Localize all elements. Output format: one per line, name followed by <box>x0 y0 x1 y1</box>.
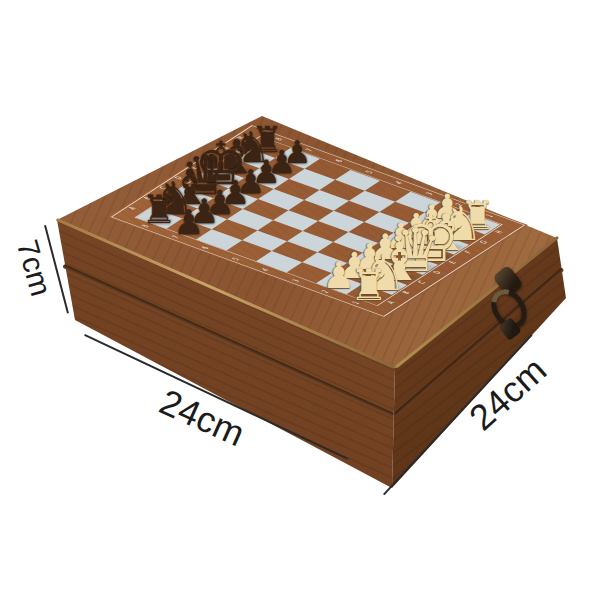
piece-shadow <box>206 209 233 215</box>
piece-shadow <box>253 179 279 185</box>
piece-shadow <box>418 223 445 229</box>
piece-shadow <box>269 169 294 175</box>
piece-shadow <box>403 233 431 239</box>
piece-shadow <box>461 223 493 230</box>
piece-shadow <box>143 217 174 224</box>
pieces-layer: ♜♞♟♝♟♚♟♛♟♝♟♞♟♟♜♟♟♜♟♟♞♟♝♟♚♟♛♟♝♟♞♜ <box>0 0 600 600</box>
piece-shadow <box>285 159 310 165</box>
piece-shadow <box>218 166 255 174</box>
piece-shadow <box>191 219 218 225</box>
piece-shadow <box>222 199 248 205</box>
piece-shadow <box>170 196 209 205</box>
piece-shadow <box>340 273 369 279</box>
piece-shadow <box>235 157 269 165</box>
piece-shadow <box>352 294 386 302</box>
piece-shadow <box>356 263 384 269</box>
piece-shadow <box>434 213 461 219</box>
piece-shadow <box>391 262 439 273</box>
piece-shadow <box>156 207 192 215</box>
piece-shadow <box>175 229 202 235</box>
piece-shadow <box>238 189 264 195</box>
piece-shadow <box>426 243 467 252</box>
piece-shadow <box>253 147 282 153</box>
product-photo: AABBCCDDEEFFGGHH1122334455667788 ♜♞♟♝♟♚♟… <box>0 0 600 600</box>
piece-shadow <box>183 186 227 196</box>
piece-shadow <box>379 273 421 282</box>
piece-shadow <box>371 253 399 259</box>
piece-shadow <box>365 283 404 292</box>
piece-shadow <box>443 233 480 241</box>
piece-shadow <box>324 283 353 290</box>
piece-shadow <box>197 175 244 186</box>
piece-shadow <box>387 243 415 249</box>
